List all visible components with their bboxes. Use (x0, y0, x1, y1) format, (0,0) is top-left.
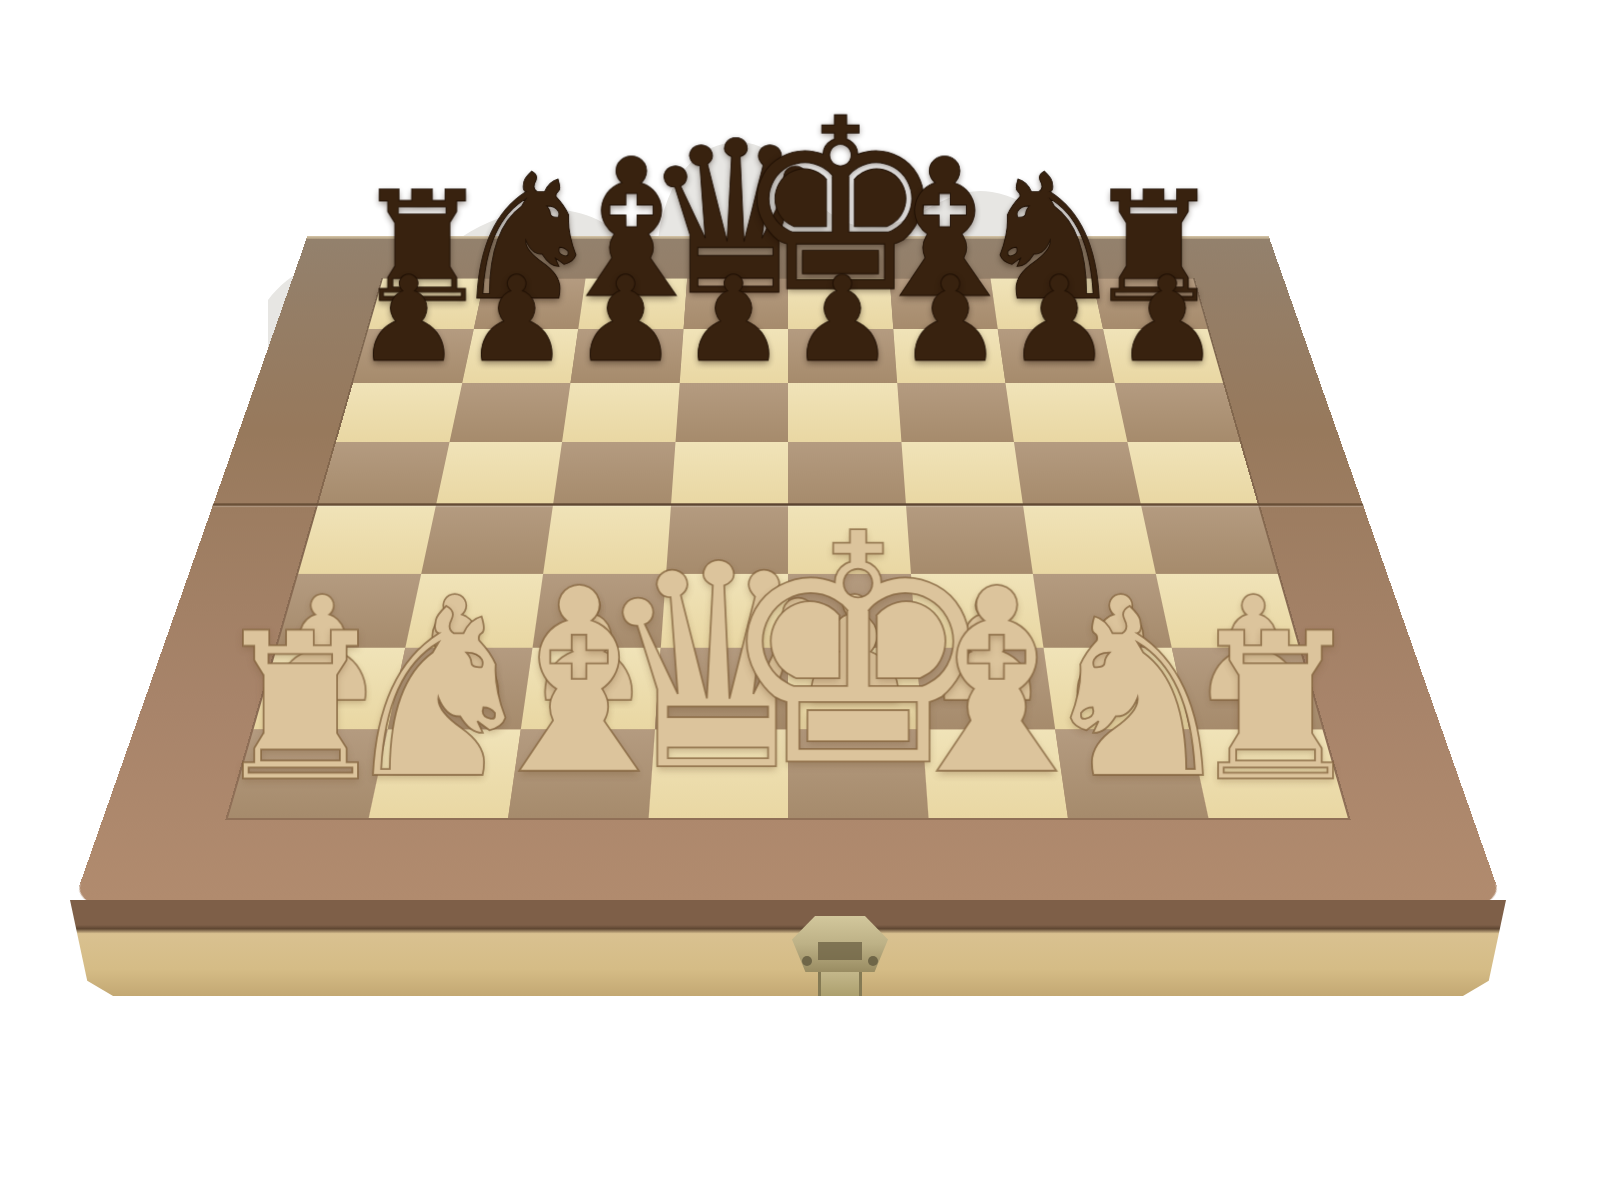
square-a6[interactable] (336, 383, 462, 441)
square-a5[interactable] (318, 442, 449, 505)
black-pawn-a7[interactable]: ♟ (356, 260, 462, 378)
square-b6[interactable] (449, 383, 570, 441)
black-pawn-d7[interactable]: ♟ (681, 260, 787, 378)
black-pawn-b7[interactable]: ♟ (464, 260, 570, 378)
square-c7[interactable]: ♟ (570, 329, 683, 383)
square-d7[interactable]: ♟ (679, 329, 788, 383)
square-h5[interactable] (1127, 442, 1258, 505)
square-g7[interactable]: ♟ (998, 329, 1115, 383)
square-c6[interactable] (562, 383, 679, 441)
board-grid: ♜♞♝♛♚♝♞♜♟♟♟♟♟♟♟♟♟♟♟♟♟♟♟♜♞♝♛♚♝♞♜ (228, 279, 1348, 819)
square-g5[interactable] (1014, 442, 1141, 505)
square-b7[interactable]: ♟ (462, 329, 579, 383)
square-d6[interactable] (675, 383, 788, 441)
square-h1[interactable]: ♜ (1189, 729, 1348, 818)
black-pawn-h7[interactable]: ♟ (1115, 260, 1221, 378)
square-a7[interactable]: ♟ (353, 329, 473, 383)
black-pawn-c7[interactable]: ♟ (572, 260, 678, 378)
black-pawn-e7[interactable]: ♟ (789, 260, 895, 378)
board-front-edge (70, 900, 1506, 996)
white-rook-h1[interactable]: ♜ (1184, 606, 1367, 810)
square-c5[interactable] (553, 442, 675, 505)
black-pawn-g7[interactable]: ♟ (1006, 260, 1112, 378)
chess-board: ♜♞♝♛♚♝♞♜♟♟♟♟♟♟♟♟♟♟♟♟♟♟♟♜♞♝♛♚♝♞♜ (73, 236, 1504, 905)
latch-screw-left (802, 956, 812, 966)
square-b5[interactable] (436, 442, 563, 505)
square-f7[interactable]: ♟ (893, 329, 1006, 383)
square-h6[interactable] (1114, 383, 1240, 441)
square-f6[interactable] (897, 383, 1014, 441)
black-pawn-f7[interactable]: ♟ (898, 260, 1004, 378)
square-e7[interactable]: ♟ (788, 329, 897, 383)
latch-screw-right (868, 956, 878, 966)
square-e6[interactable] (788, 383, 901, 441)
square-g6[interactable] (1006, 383, 1127, 441)
square-h7[interactable]: ♟ (1103, 329, 1223, 383)
